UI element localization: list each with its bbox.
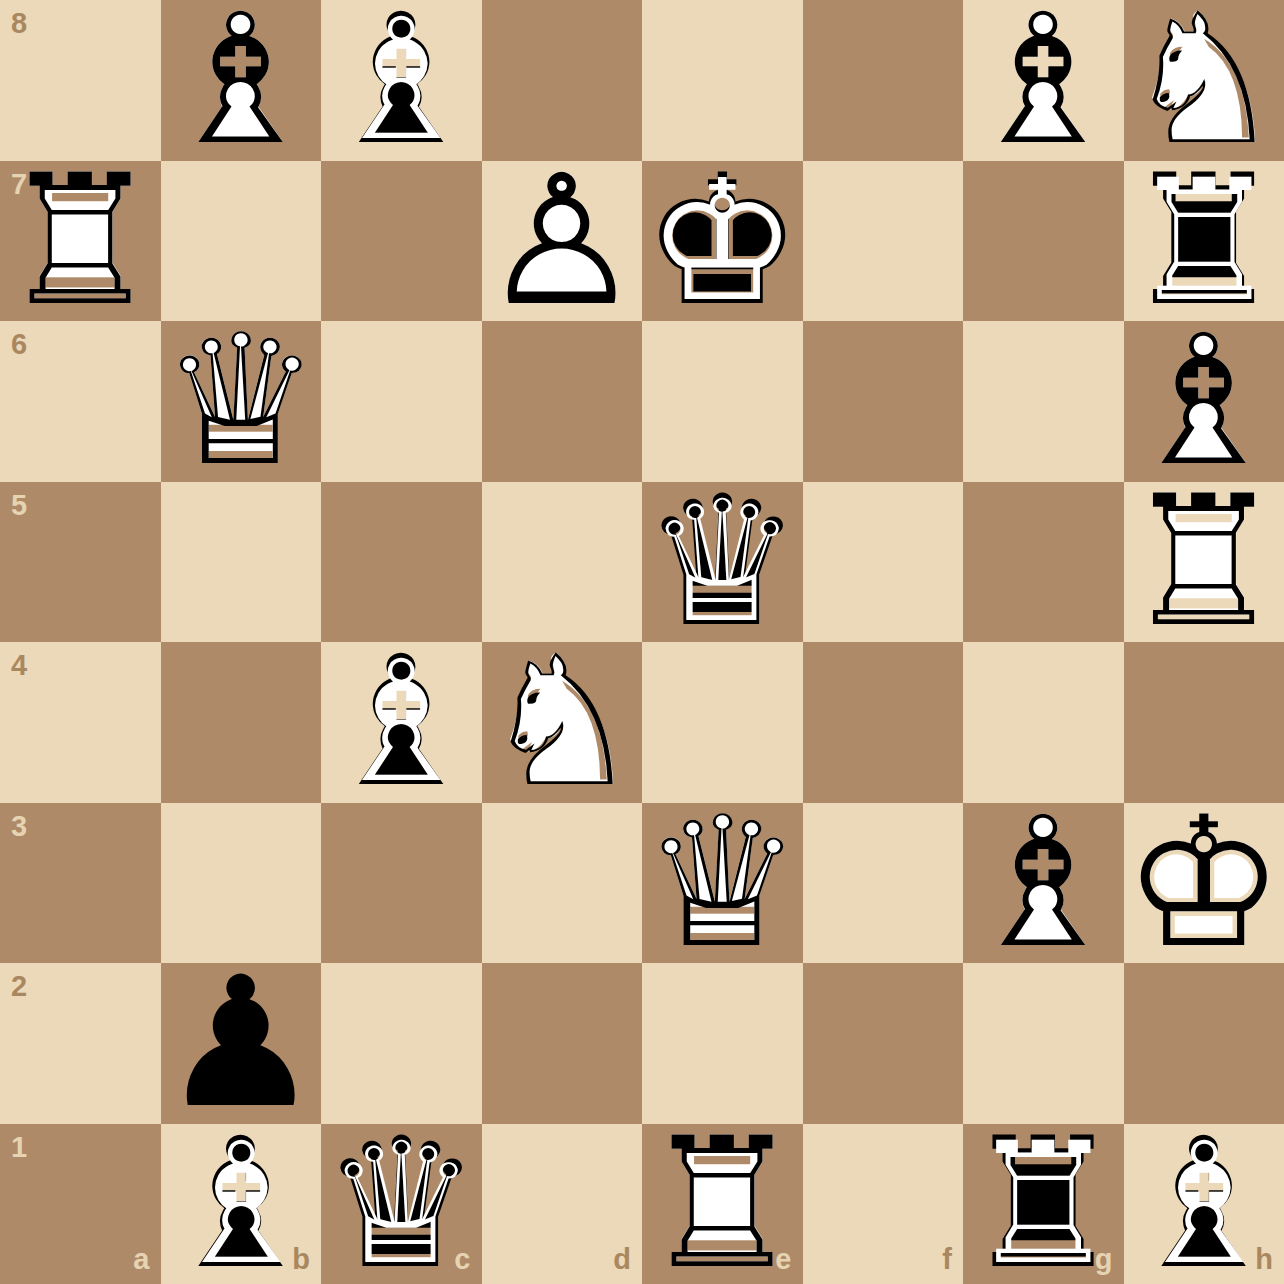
- square-f5[interactable]: [803, 482, 964, 643]
- square-d1[interactable]: d: [482, 1124, 643, 1284]
- white-bishop-fill-glyph: ♝: [963, 803, 1124, 964]
- rank-label-8: 8: [11, 9, 27, 38]
- white-rook-fill-glyph: ♜: [642, 1124, 803, 1284]
- square-e2[interactable]: [642, 963, 803, 1124]
- square-g5[interactable]: [963, 482, 1124, 643]
- square-b1[interactable]: b♝♗: [161, 1124, 322, 1284]
- piece-black-rook[interactable]: ♜♖: [1124, 161, 1284, 322]
- square-b4[interactable]: [161, 642, 322, 803]
- square-b5[interactable]: [161, 482, 322, 643]
- piece-black-rook[interactable]: ♜♖: [963, 1124, 1124, 1284]
- rank-label-6: 6: [11, 330, 27, 359]
- square-b6[interactable]: ♛♕: [161, 321, 322, 482]
- black-bishop-fill-glyph: ♝: [321, 642, 482, 803]
- square-h4[interactable]: [1124, 642, 1284, 803]
- black-queen-fill-glyph: ♛: [321, 1124, 482, 1284]
- square-c4[interactable]: ♝♗: [321, 642, 482, 803]
- black-rook-fill-glyph: ♜: [963, 1124, 1124, 1284]
- piece-white-rook[interactable]: ♜♖: [0, 161, 161, 322]
- black-queen-outline-glyph: ♕: [327, 1129, 476, 1278]
- piece-white-pawn[interactable]: ♟♙: [482, 161, 643, 322]
- black-queen-fill-glyph: ♛: [642, 482, 803, 643]
- black-king-fill-glyph: ♚: [642, 161, 803, 322]
- black-bishop-outline-glyph: ♗: [1129, 1129, 1278, 1278]
- white-rook-fill-glyph: ♜: [1124, 482, 1284, 643]
- rank-label-1: 1: [11, 1133, 27, 1162]
- piece-black-bishop[interactable]: ♝♗: [161, 1124, 322, 1284]
- piece-white-knight[interactable]: ♞♘: [482, 642, 643, 803]
- square-d5[interactable]: [482, 482, 643, 643]
- square-e1[interactable]: e♜♖: [642, 1124, 803, 1284]
- square-a2[interactable]: 2: [0, 963, 161, 1124]
- square-b8[interactable]: ♝♗: [161, 0, 322, 161]
- white-rook-fill-glyph: ♜: [0, 161, 161, 322]
- piece-white-rook[interactable]: ♜♖: [1124, 482, 1284, 643]
- white-queen-outline-glyph: ♕: [161, 321, 322, 482]
- white-queen-fill-glyph: ♛: [161, 321, 322, 482]
- square-b7[interactable]: [161, 161, 322, 322]
- square-g7[interactable]: [963, 161, 1124, 322]
- piece-white-queen[interactable]: ♛♕: [161, 321, 322, 482]
- square-a4[interactable]: 4: [0, 642, 161, 803]
- square-g4[interactable]: [963, 642, 1124, 803]
- white-rook-outline-glyph: ♖: [1124, 482, 1284, 643]
- white-bishop-fill-glyph: ♝: [963, 0, 1124, 161]
- square-d8[interactable]: [482, 0, 643, 161]
- black-rook-outline-glyph: ♖: [1129, 166, 1278, 315]
- piece-white-queen[interactable]: ♛♕: [642, 803, 803, 964]
- white-king-fill-glyph: ♚: [1124, 803, 1284, 964]
- square-b2[interactable]: ♟: [161, 963, 322, 1124]
- piece-white-rook[interactable]: ♜♖: [642, 1124, 803, 1284]
- square-g3[interactable]: ♝♗: [963, 803, 1124, 964]
- square-h6[interactable]: ♝♗: [1124, 321, 1284, 482]
- square-c5[interactable]: [321, 482, 482, 643]
- white-pawn-fill-glyph: ♟: [482, 161, 643, 322]
- piece-white-bishop[interactable]: ♝♗: [963, 803, 1124, 964]
- square-h5[interactable]: ♜♖: [1124, 482, 1284, 643]
- rank-label-5: 5: [11, 491, 27, 520]
- white-knight-fill-glyph: ♞: [1124, 0, 1284, 161]
- square-a1[interactable]: 1a: [0, 1124, 161, 1284]
- white-pawn-outline-glyph: ♙: [482, 161, 643, 322]
- square-d3[interactable]: [482, 803, 643, 964]
- piece-white-king[interactable]: ♚♔: [1124, 803, 1284, 964]
- white-bishop-fill-glyph: ♝: [161, 0, 322, 161]
- square-f1[interactable]: f: [803, 1124, 964, 1284]
- piece-black-queen[interactable]: ♛♕: [642, 482, 803, 643]
- square-b3[interactable]: [161, 803, 322, 964]
- black-queen-outline-glyph: ♕: [648, 487, 797, 636]
- black-bishop-fill-glyph: ♝: [1124, 1124, 1284, 1284]
- white-king-outline-glyph: ♔: [1124, 803, 1284, 964]
- square-d6[interactable]: [482, 321, 643, 482]
- rank-label-4: 4: [11, 651, 27, 680]
- black-bishop-fill-glyph: ♝: [161, 1124, 322, 1284]
- square-c1[interactable]: c♛♕: [321, 1124, 482, 1284]
- piece-white-knight[interactable]: ♞♘: [1124, 0, 1284, 161]
- black-bishop-fill-glyph: ♝: [321, 0, 482, 161]
- square-d7[interactable]: ♟♙: [482, 161, 643, 322]
- piece-black-bishop[interactable]: ♝♗: [321, 642, 482, 803]
- square-e5[interactable]: ♛♕: [642, 482, 803, 643]
- black-pawn-fill-glyph: ♟: [161, 963, 322, 1124]
- rank-label-3: 3: [11, 812, 27, 841]
- white-knight-outline-glyph: ♘: [1124, 0, 1284, 161]
- white-knight-fill-glyph: ♞: [482, 642, 643, 803]
- square-e6[interactable]: [642, 321, 803, 482]
- square-h2[interactable]: [1124, 963, 1284, 1124]
- white-bishop-outline-glyph: ♗: [963, 803, 1124, 964]
- square-f4[interactable]: [803, 642, 964, 803]
- square-c3[interactable]: [321, 803, 482, 964]
- white-queen-outline-glyph: ♕: [642, 803, 803, 964]
- white-rook-outline-glyph: ♖: [0, 161, 161, 322]
- square-a6[interactable]: 6: [0, 321, 161, 482]
- square-g1[interactable]: g♜♖: [963, 1124, 1124, 1284]
- piece-black-bishop[interactable]: ♝♗: [321, 0, 482, 161]
- white-bishop-fill-glyph: ♝: [1124, 321, 1284, 482]
- square-a3[interactable]: 3: [0, 803, 161, 964]
- black-rook-fill-glyph: ♜: [1124, 161, 1284, 322]
- square-c8[interactable]: ♝♗: [321, 0, 482, 161]
- square-f3[interactable]: [803, 803, 964, 964]
- square-f6[interactable]: [803, 321, 964, 482]
- piece-white-bishop[interactable]: ♝♗: [1124, 321, 1284, 482]
- square-h8[interactable]: ♞♘: [1124, 0, 1284, 161]
- white-knight-outline-glyph: ♘: [482, 642, 643, 803]
- square-d2[interactable]: [482, 963, 643, 1124]
- white-queen-fill-glyph: ♛: [642, 803, 803, 964]
- black-bishop-outline-glyph: ♗: [327, 648, 476, 797]
- square-h7[interactable]: ♜♖: [1124, 161, 1284, 322]
- square-a5[interactable]: 5: [0, 482, 161, 643]
- square-g8[interactable]: ♝♗: [963, 0, 1124, 161]
- square-a8[interactable]: 8: [0, 0, 161, 161]
- square-a7[interactable]: 7♜♖: [0, 161, 161, 322]
- piece-black-pawn[interactable]: ♟: [161, 963, 322, 1124]
- square-e4[interactable]: [642, 642, 803, 803]
- white-bishop-outline-glyph: ♗: [161, 0, 322, 161]
- square-e8[interactable]: [642, 0, 803, 161]
- black-bishop-outline-glyph: ♗: [327, 6, 476, 155]
- square-c2[interactable]: [321, 963, 482, 1124]
- square-e7[interactable]: ♚♔: [642, 161, 803, 322]
- square-c7[interactable]: [321, 161, 482, 322]
- chess-board: 8♝♗♝♗♝♗♞♘7♜♖♟♙♚♔♜♖6♛♕♝♗5♛♕♜♖4♝♗♞♘3♛♕♝♗♚♔…: [0, 0, 1284, 1284]
- black-rook-outline-glyph: ♖: [969, 1129, 1118, 1278]
- piece-white-bishop[interactable]: ♝♗: [161, 0, 322, 161]
- black-bishop-outline-glyph: ♗: [166, 1129, 315, 1278]
- white-bishop-outline-glyph: ♗: [1124, 321, 1284, 482]
- square-f2[interactable]: [803, 963, 964, 1124]
- file-label-a: a: [133, 1245, 149, 1274]
- square-e3[interactable]: ♛♕: [642, 803, 803, 964]
- square-g6[interactable]: [963, 321, 1124, 482]
- square-h1[interactable]: h♝♗: [1124, 1124, 1284, 1284]
- file-label-f: f: [942, 1245, 952, 1274]
- black-king-outline-glyph: ♔: [648, 166, 797, 315]
- file-label-d: d: [613, 1245, 631, 1274]
- square-d4[interactable]: ♞♘: [482, 642, 643, 803]
- piece-white-bishop[interactable]: ♝♗: [963, 0, 1124, 161]
- white-bishop-outline-glyph: ♗: [963, 0, 1124, 161]
- square-c6[interactable]: [321, 321, 482, 482]
- white-rook-outline-glyph: ♖: [642, 1124, 803, 1284]
- square-h3[interactable]: ♚♔: [1124, 803, 1284, 964]
- square-f7[interactable]: [803, 161, 964, 322]
- square-g2[interactable]: [963, 963, 1124, 1124]
- piece-black-bishop[interactable]: ♝♗: [1124, 1124, 1284, 1284]
- rank-label-2: 2: [11, 972, 27, 1001]
- piece-black-queen[interactable]: ♛♕: [321, 1124, 482, 1284]
- piece-black-king[interactable]: ♚♔: [642, 161, 803, 322]
- square-f8[interactable]: [803, 0, 964, 161]
